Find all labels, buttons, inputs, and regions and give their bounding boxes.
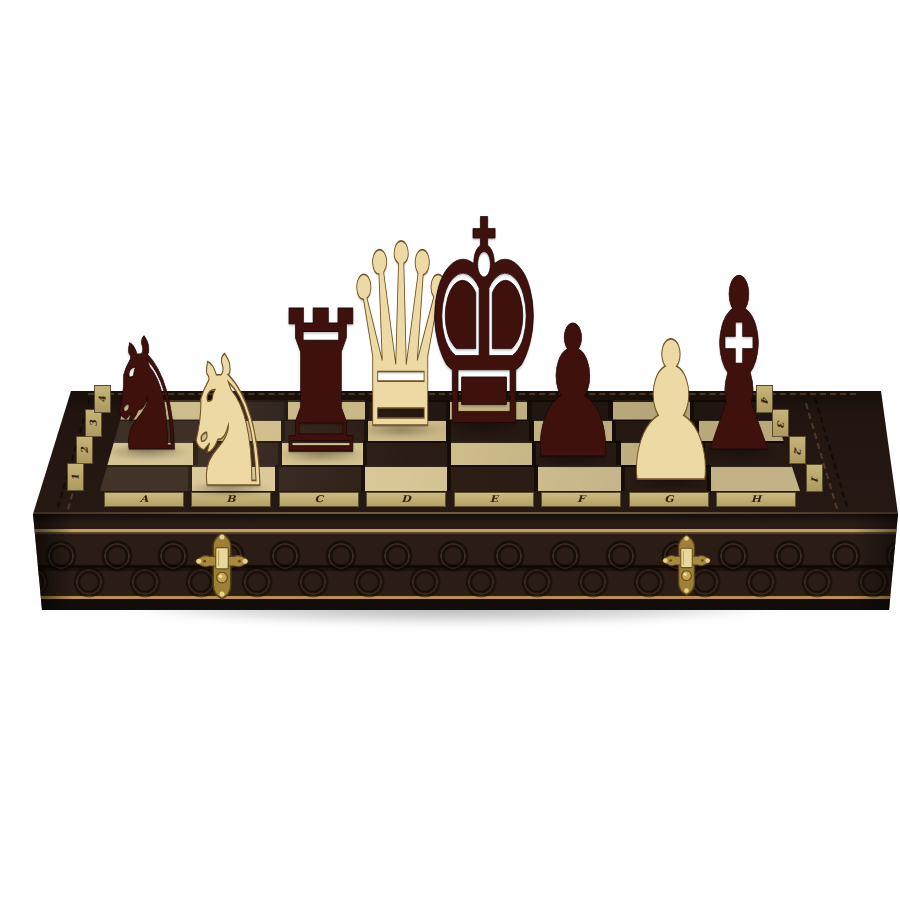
- box-front-face: [33, 514, 898, 610]
- brass-latch-left[interactable]: [193, 532, 251, 600]
- piece-dark-bishop-h2[interactable]: ♝: [632, 248, 845, 486]
- file-label-d: D: [366, 492, 446, 507]
- brass-latch-right[interactable]: [660, 534, 713, 596]
- bishop-glyph: ♝: [684, 248, 795, 486]
- product-photo-stage: A B C D E F G H 1 2 3 4 1 2 3 4: [0, 0, 900, 900]
- file-label-e: E: [454, 492, 534, 507]
